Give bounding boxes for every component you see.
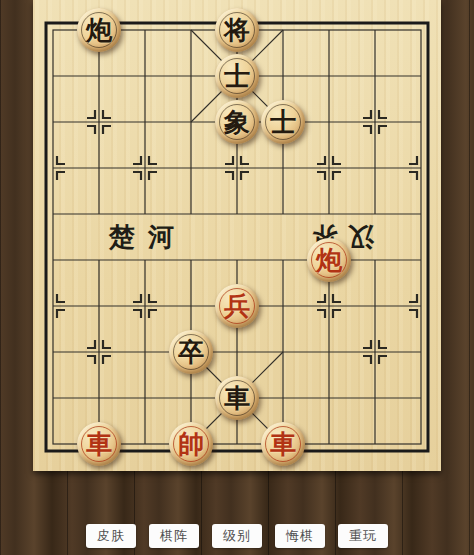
piece-black-advisor[interactable]: 士 — [215, 54, 259, 98]
board-pieces[interactable]: 炮将士象士炮兵卒車車帥車 — [30, 7, 444, 467]
piece-glyph: 帥 — [169, 422, 213, 466]
piece-glyph: 卒 — [169, 330, 213, 374]
piece-black-soldier[interactable]: 卒 — [169, 330, 213, 374]
piece-glyph: 象 — [215, 100, 259, 144]
piece-red-cannon[interactable]: 炮 — [307, 238, 351, 282]
piece-glyph: 兵 — [215, 284, 259, 328]
button-undo[interactable]: 悔棋 — [275, 524, 325, 548]
button-formation[interactable]: 棋阵 — [149, 524, 199, 548]
piece-glyph: 車 — [215, 376, 259, 420]
piece-black-general[interactable]: 将 — [215, 8, 259, 52]
toolbar: 皮肤 棋阵 级别 悔棋 重玩 — [0, 524, 474, 548]
app: { "game": "xiangqi (Chinese chess)", "po… — [0, 0, 474, 555]
piece-glyph: 士 — [215, 54, 259, 98]
piece-glyph: 将 — [215, 8, 259, 52]
piece-glyph: 炮 — [77, 8, 121, 52]
piece-glyph: 車 — [77, 422, 121, 466]
piece-red-general[interactable]: 帥 — [169, 422, 213, 466]
piece-black-chariot[interactable]: 車 — [215, 376, 259, 420]
button-level[interactable]: 级别 — [212, 524, 262, 548]
piece-glyph: 炮 — [307, 238, 351, 282]
piece-glyph: 士 — [261, 100, 305, 144]
piece-red-soldier[interactable]: 兵 — [215, 284, 259, 328]
button-skin[interactable]: 皮肤 — [86, 524, 136, 548]
piece-red-chariot[interactable]: 車 — [77, 422, 121, 466]
piece-black-cannon[interactable]: 炮 — [77, 8, 121, 52]
xiangqi-board[interactable]: 楚河 汉界 炮将士象士炮兵卒車車帥車 — [33, 0, 441, 471]
piece-glyph: 車 — [261, 422, 305, 466]
button-restart[interactable]: 重玩 — [338, 524, 388, 548]
piece-red-chariot[interactable]: 車 — [261, 422, 305, 466]
piece-black-elephant[interactable]: 象 — [215, 100, 259, 144]
piece-black-advisor[interactable]: 士 — [261, 100, 305, 144]
